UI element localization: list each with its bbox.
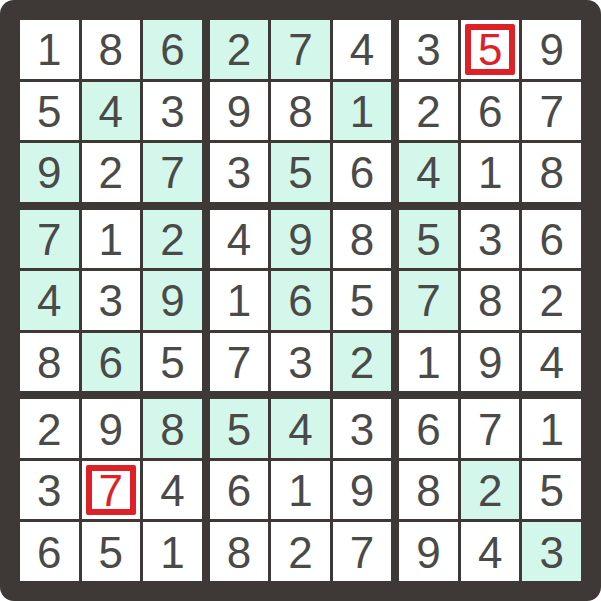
- cell-digit: 9: [478, 341, 502, 385]
- cell-digit: 1: [37, 28, 61, 72]
- cell-r3c8[interactable]: 1: [461, 143, 520, 202]
- cell-digit: 3: [416, 28, 440, 72]
- cell-r7c8[interactable]: 7: [461, 399, 520, 458]
- cell-digit: 5: [288, 151, 312, 195]
- cell-r5c3[interactable]: 9: [143, 271, 202, 330]
- cell-r9c7[interactable]: 9: [399, 522, 458, 581]
- cell-digit: 8: [288, 90, 312, 134]
- cell-r3c1[interactable]: 9: [20, 143, 79, 202]
- cell-r2c6[interactable]: 1: [333, 82, 392, 141]
- cell-digit: 8: [350, 218, 374, 262]
- cell-r1c7[interactable]: 3: [399, 20, 458, 79]
- cell-digit: 1: [539, 408, 563, 452]
- box-r3c3: 671825943: [399, 399, 581, 581]
- cell-r9c3[interactable]: 1: [143, 522, 202, 581]
- cell-digit: 7: [539, 90, 563, 134]
- cell-digit: 6: [288, 279, 312, 323]
- cell-digit: 3: [37, 469, 61, 513]
- cell-r2c7[interactable]: 2: [399, 82, 458, 141]
- cell-digit: 4: [37, 279, 61, 323]
- cell-digit: 3: [288, 341, 312, 385]
- cell-r9c4[interactable]: 8: [210, 522, 269, 581]
- cell-digit: 7: [99, 469, 123, 513]
- cell-digit: 6: [350, 151, 374, 195]
- cell-digit: 4: [227, 218, 251, 262]
- cell-digit: 5: [160, 341, 184, 385]
- cell-digit: 3: [227, 151, 251, 195]
- cell-digit: 8: [539, 151, 563, 195]
- cell-digit: 6: [227, 469, 251, 513]
- cell-digit: 5: [227, 408, 251, 452]
- cell-r9c2[interactable]: 5: [82, 522, 141, 581]
- cell-digit: 9: [37, 151, 61, 195]
- cell-digit: 8: [416, 469, 440, 513]
- cell-digit: 6: [99, 341, 123, 385]
- cell-digit: 5: [350, 279, 374, 323]
- cell-r7c4[interactable]: 5: [210, 399, 269, 458]
- cell-r9c6[interactable]: 7: [333, 522, 392, 581]
- cell-r1c3[interactable]: 6: [143, 20, 202, 79]
- board-grid: 1865439272749813563592674187124398654981…: [20, 20, 581, 581]
- cell-digit: 7: [288, 28, 312, 72]
- cell-digit: 5: [99, 531, 123, 575]
- cell-r8c3[interactable]: 4: [143, 461, 202, 520]
- cell-digit: 7: [227, 341, 251, 385]
- cell-digit: 2: [539, 279, 563, 323]
- cell-digit: 1: [160, 531, 184, 575]
- cell-r9c5[interactable]: 2: [271, 522, 330, 581]
- cell-digit: 4: [350, 28, 374, 72]
- cell-digit: 5: [539, 469, 563, 513]
- cell-digit: 3: [160, 90, 184, 134]
- cell-digit: 7: [416, 279, 440, 323]
- cell-digit: 4: [160, 469, 184, 513]
- cell-digit: 3: [478, 218, 502, 262]
- cell-digit: 8: [478, 279, 502, 323]
- cell-r6c4[interactable]: 7: [210, 333, 269, 392]
- cell-r1c5[interactable]: 7: [271, 20, 330, 79]
- cell-digit: 7: [350, 531, 374, 575]
- page-background: 1865439272749813563592674187124398654981…: [0, 0, 601, 601]
- cell-r6c8[interactable]: 9: [461, 333, 520, 392]
- cell-digit: 5: [478, 28, 502, 72]
- cell-r8c5[interactable]: 1: [271, 461, 330, 520]
- cell-r3c6[interactable]: 6: [333, 143, 392, 202]
- box-r2c1: 712439865: [20, 210, 202, 392]
- cell-r6c7[interactable]: 1: [399, 333, 458, 392]
- cell-digit: 1: [416, 341, 440, 385]
- cell-r1c6[interactable]: 4: [333, 20, 392, 79]
- sudoku-board: 1865439272749813563592674187124398654981…: [0, 0, 601, 601]
- cell-r6c1[interactable]: 8: [20, 333, 79, 392]
- cell-digit: 9: [539, 28, 563, 72]
- box-r3c2: 543619827: [210, 399, 392, 581]
- cell-r2c9[interactable]: 7: [522, 82, 581, 141]
- cell-r2c1[interactable]: 5: [20, 82, 79, 141]
- cell-r9c8[interactable]: 4: [461, 522, 520, 581]
- cell-r4c9[interactable]: 6: [522, 210, 581, 269]
- cell-r7c2[interactable]: 9: [82, 399, 141, 458]
- cell-r7c3[interactable]: 8: [143, 399, 202, 458]
- cell-r7c9[interactable]: 1: [522, 399, 581, 458]
- cell-r1c9[interactable]: 9: [522, 20, 581, 79]
- cell-r5c8[interactable]: 8: [461, 271, 520, 330]
- cell-digit: 7: [478, 408, 502, 452]
- cell-digit: 1: [478, 151, 502, 195]
- cell-r7c6[interactable]: 3: [333, 399, 392, 458]
- cell-r4c7[interactable]: 5: [399, 210, 458, 269]
- cell-digit: 1: [99, 218, 123, 262]
- cell-digit: 4: [478, 531, 502, 575]
- cell-digit: 1: [288, 469, 312, 513]
- cell-r2c8[interactable]: 6: [461, 82, 520, 141]
- cell-r1c2[interactable]: 8: [82, 20, 141, 79]
- cell-r7c1[interactable]: 2: [20, 399, 79, 458]
- cell-r2c4[interactable]: 9: [210, 82, 269, 141]
- cell-r6c2[interactable]: 6: [82, 333, 141, 392]
- cell-r4c2[interactable]: 1: [82, 210, 141, 269]
- cell-r5c2[interactable]: 3: [82, 271, 141, 330]
- cell-digit: 2: [37, 408, 61, 452]
- cell-r4c6[interactable]: 8: [333, 210, 392, 269]
- cell-digit: 9: [227, 90, 251, 134]
- cell-digit: 4: [416, 151, 440, 195]
- cell-digit: 9: [288, 218, 312, 262]
- cell-r7c7[interactable]: 6: [399, 399, 458, 458]
- cell-r5c5[interactable]: 6: [271, 271, 330, 330]
- cell-r1c1[interactable]: 1: [20, 20, 79, 79]
- cell-digit: 7: [160, 151, 184, 195]
- cell-r4c1[interactable]: 7: [20, 210, 79, 269]
- cell-r8c1[interactable]: 3: [20, 461, 79, 520]
- cell-r3c4[interactable]: 3: [210, 143, 269, 202]
- cell-digit: 8: [99, 28, 123, 72]
- cell-r8c6[interactable]: 9: [333, 461, 392, 520]
- cell-r6c9[interactable]: 4: [522, 333, 581, 392]
- cell-r3c2[interactable]: 2: [82, 143, 141, 202]
- cell-digit: 4: [288, 408, 312, 452]
- box-r2c2: 498165732: [210, 210, 392, 392]
- cell-r4c4[interactable]: 4: [210, 210, 269, 269]
- cell-r5c1[interactable]: 4: [20, 271, 79, 330]
- cell-r9c9[interactable]: 3: [522, 522, 581, 581]
- cell-r5c4[interactable]: 1: [210, 271, 269, 330]
- cell-digit: 2: [227, 28, 251, 72]
- cell-r2c3[interactable]: 3: [143, 82, 202, 141]
- cell-r4c5[interactable]: 9: [271, 210, 330, 269]
- cell-digit: 6: [416, 408, 440, 452]
- cell-digit: 1: [350, 90, 374, 134]
- cell-r8c2[interactable]: 7: [82, 461, 141, 520]
- cell-digit: 4: [539, 341, 563, 385]
- cell-r4c8[interactable]: 3: [461, 210, 520, 269]
- box-r1c1: 186543927: [20, 20, 202, 202]
- cell-digit: 2: [416, 90, 440, 134]
- cell-r6c3[interactable]: 5: [143, 333, 202, 392]
- cell-digit: 2: [288, 531, 312, 575]
- cell-digit: 5: [416, 218, 440, 262]
- cell-digit: 9: [416, 531, 440, 575]
- cell-r8c9[interactable]: 5: [522, 461, 581, 520]
- cell-r5c9[interactable]: 2: [522, 271, 581, 330]
- cell-r3c9[interactable]: 8: [522, 143, 581, 202]
- cell-digit: 8: [160, 408, 184, 452]
- cell-r8c4[interactable]: 6: [210, 461, 269, 520]
- cell-r3c7[interactable]: 4: [399, 143, 458, 202]
- cell-digit: 2: [478, 469, 502, 513]
- cell-digit: 6: [539, 218, 563, 262]
- cell-r8c8[interactable]: 2: [461, 461, 520, 520]
- box-r1c2: 274981356: [210, 20, 392, 202]
- cell-digit: 8: [37, 341, 61, 385]
- cell-r6c5[interactable]: 3: [271, 333, 330, 392]
- cell-digit: 3: [99, 279, 123, 323]
- box-r2c3: 536782194: [399, 210, 581, 392]
- cell-r5c7[interactable]: 7: [399, 271, 458, 330]
- cell-r2c2[interactable]: 4: [82, 82, 141, 141]
- cell-digit: 4: [99, 90, 123, 134]
- cell-digit: 9: [350, 469, 374, 513]
- cell-r2c5[interactable]: 8: [271, 82, 330, 141]
- cell-digit: 3: [350, 408, 374, 452]
- cell-digit: 2: [99, 151, 123, 195]
- cell-r4c3[interactable]: 2: [143, 210, 202, 269]
- cell-r5c6[interactable]: 5: [333, 271, 392, 330]
- cell-r6c6[interactable]: 2: [333, 333, 392, 392]
- cell-r3c5[interactable]: 5: [271, 143, 330, 202]
- cell-digit: 2: [350, 341, 374, 385]
- cell-digit: 9: [160, 279, 184, 323]
- box-r1c3: 359267418: [399, 20, 581, 202]
- cell-digit: 2: [160, 218, 184, 262]
- cell-r9c1[interactable]: 6: [20, 522, 79, 581]
- cell-digit: 6: [160, 28, 184, 72]
- cell-digit: 5: [37, 90, 61, 134]
- cell-r7c5[interactable]: 4: [271, 399, 330, 458]
- cell-r3c3[interactable]: 7: [143, 143, 202, 202]
- cell-digit: 1: [227, 279, 251, 323]
- cell-digit: 6: [478, 90, 502, 134]
- cell-digit: 9: [99, 408, 123, 452]
- cell-digit: 6: [37, 531, 61, 575]
- cell-r8c7[interactable]: 8: [399, 461, 458, 520]
- cell-r1c4[interactable]: 2: [210, 20, 269, 79]
- cell-digit: 7: [37, 218, 61, 262]
- cell-digit: 3: [539, 531, 563, 575]
- box-r3c1: 298374651: [20, 399, 202, 581]
- cell-r1c8[interactable]: 5: [461, 20, 520, 79]
- cell-digit: 8: [227, 531, 251, 575]
